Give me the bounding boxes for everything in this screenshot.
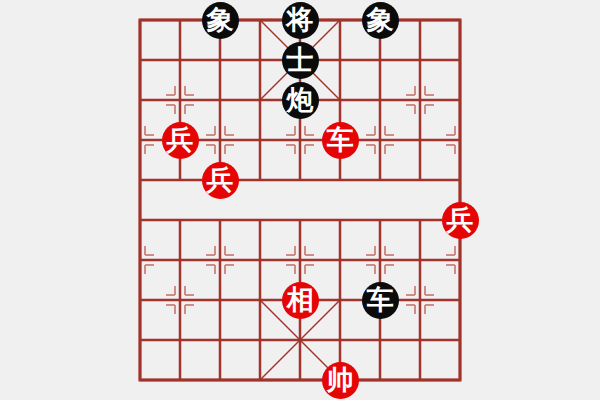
piece-red-elephant[interactable]: 相	[282, 282, 319, 319]
piece-red-chariot[interactable]: 车	[322, 122, 359, 159]
piece-red-soldier[interactable]: 兵	[162, 122, 199, 159]
piece-black-cannon[interactable]: 炮	[282, 82, 319, 119]
xiangqi-board: 象将象士炮车兵车兵兵相帅	[0, 0, 600, 400]
piece-black-elephant[interactable]: 象	[202, 2, 239, 39]
pieces-layer: 象将象士炮车兵车兵兵相帅	[120, 0, 480, 400]
piece-black-chariot[interactable]: 车	[362, 282, 399, 319]
piece-black-elephant[interactable]: 象	[362, 2, 399, 39]
piece-black-advisor[interactable]: 士	[282, 42, 319, 79]
piece-red-soldier[interactable]: 兵	[202, 162, 239, 199]
piece-red-soldier[interactable]: 兵	[442, 202, 479, 239]
piece-red-general[interactable]: 帅	[322, 362, 359, 399]
piece-black-general[interactable]: 将	[282, 2, 319, 39]
